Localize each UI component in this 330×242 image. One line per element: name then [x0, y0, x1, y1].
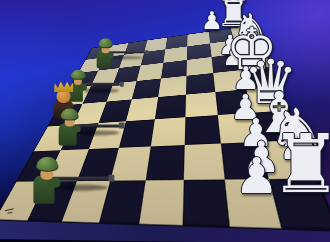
- soldier-arm: [48, 178, 60, 187]
- rifle-muzzle: [119, 123, 124, 129]
- rifle-shadow: [110, 56, 143, 59]
- black-soldier-f6[interactable]: [95, 38, 147, 69]
- rifle-barrel: [81, 83, 120, 86]
- gold-crown-icon: [54, 80, 73, 92]
- black-soldier-c7[interactable]: [56, 108, 122, 148]
- soldier-helmet: [71, 70, 86, 80]
- rifle-shadow: [76, 131, 118, 135]
- rifle-muzzle: [108, 175, 115, 182]
- rifle-shadow: [83, 89, 118, 93]
- soldier-helmet: [98, 38, 112, 48]
- rifle-shadow: [55, 185, 108, 190]
- chess-artwork-scene: ♜♞♝♚♛♝♞♜♟♟♟♟♟♟♟♟: [0, 0, 330, 242]
- pieces-layer: ♜♞♝♚♛♝♞♜♟♟♟♟♟♟♟♟: [0, 0, 330, 242]
- rifle-muzzle: [144, 50, 148, 54]
- rifle-barrel: [52, 176, 109, 180]
- black-soldier-a7[interactable]: [30, 156, 112, 205]
- rifle-barrel: [74, 124, 120, 128]
- soldier-helmet: [61, 108, 79, 120]
- rifle-barrel: [108, 51, 145, 54]
- white-pawn-a2[interactable]: ♟: [234, 152, 278, 201]
- rifle-muzzle: [119, 82, 123, 87]
- soldier-helmet: [36, 157, 58, 172]
- soldier-arm: [71, 125, 81, 133]
